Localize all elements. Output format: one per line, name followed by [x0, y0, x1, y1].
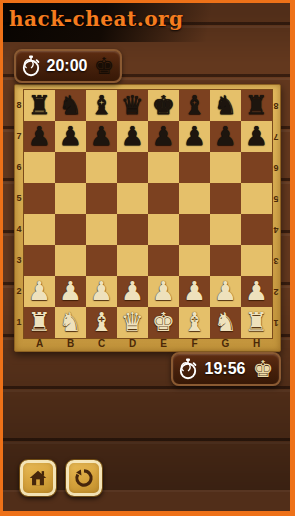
- square-h3[interactable]: [241, 245, 272, 276]
- coord-label-c: C: [86, 337, 117, 351]
- coord-label-3: 3: [14, 245, 24, 276]
- square-d4[interactable]: [117, 214, 148, 245]
- square-d6[interactable]: [117, 152, 148, 183]
- piece-black-rook: ♜: [28, 90, 51, 121]
- restart-button[interactable]: [65, 459, 103, 497]
- piece-white-bishop: ♝: [90, 307, 113, 338]
- stopwatch-icon: [178, 358, 198, 380]
- piece-black-knight: ♞: [59, 90, 82, 121]
- home-button[interactable]: [19, 459, 57, 497]
- piece-white-pawn: ♟: [152, 276, 175, 307]
- square-h5[interactable]: [241, 183, 272, 214]
- square-d1[interactable]: ♛: [117, 307, 148, 338]
- black-clock-badge: 20:00 ♚: [14, 49, 122, 83]
- square-g6[interactable]: [210, 152, 241, 183]
- square-c3[interactable]: [86, 245, 117, 276]
- coord-label-h: H: [241, 337, 272, 351]
- square-h8[interactable]: ♜: [241, 90, 272, 121]
- piece-black-king: ♚: [152, 90, 175, 121]
- rank-labels-left: 87654321: [14, 90, 24, 338]
- piece-black-knight: ♞: [214, 90, 237, 121]
- piece-white-pawn: ♟: [28, 276, 51, 307]
- square-f3[interactable]: [179, 245, 210, 276]
- square-c5[interactable]: [86, 183, 117, 214]
- square-e5[interactable]: [148, 183, 179, 214]
- square-a5[interactable]: [24, 183, 55, 214]
- piece-black-bishop: ♝: [90, 90, 113, 121]
- square-b6[interactable]: [55, 152, 86, 183]
- black-clock-time: 20:00: [41, 57, 93, 75]
- coord-label-f: F: [179, 337, 210, 351]
- square-a4[interactable]: [24, 214, 55, 245]
- white-king-icon: ♚: [252, 354, 274, 384]
- square-b4[interactable]: [55, 214, 86, 245]
- piece-white-pawn: ♟: [59, 276, 82, 307]
- square-a2[interactable]: ♟: [24, 276, 55, 307]
- board-grid: ♜♞♝♛♚♝♞♜♟♟♟♟♟♟♟♟♟♟♟♟♟♟♟♟♜♞♝♛♚♝♞♜: [24, 90, 272, 338]
- coord-label-1: 1: [271, 307, 281, 338]
- square-d2[interactable]: ♟: [117, 276, 148, 307]
- app-screen: hack-cheat.org 20:00 ♚ 87654321 87654321…: [0, 0, 295, 516]
- square-a3[interactable]: [24, 245, 55, 276]
- coord-label-2: 2: [271, 276, 281, 307]
- white-clock-badge: 19:56 ♚: [171, 352, 281, 386]
- piece-white-king: ♚: [152, 307, 175, 338]
- coord-label-4: 4: [271, 214, 281, 245]
- square-b5[interactable]: [55, 183, 86, 214]
- square-g4[interactable]: [210, 214, 241, 245]
- piece-white-queen: ♛: [121, 307, 144, 338]
- piece-black-queen: ♛: [121, 90, 144, 121]
- coord-label-2: 2: [14, 276, 24, 307]
- piece-white-pawn: ♟: [90, 276, 113, 307]
- square-g7[interactable]: ♟: [210, 121, 241, 152]
- coord-label-3: 3: [271, 245, 281, 276]
- coord-label-d: D: [117, 337, 148, 351]
- square-e4[interactable]: [148, 214, 179, 245]
- coord-label-1: 1: [14, 307, 24, 338]
- square-g8[interactable]: ♞: [210, 90, 241, 121]
- coord-label-4: 4: [14, 214, 24, 245]
- square-c8[interactable]: ♝: [86, 90, 117, 121]
- home-icon: [27, 467, 49, 489]
- square-f1[interactable]: ♝: [179, 307, 210, 338]
- restart-icon: [73, 467, 95, 489]
- square-e1[interactable]: ♚: [148, 307, 179, 338]
- piece-white-pawn: ♟: [245, 276, 268, 307]
- piece-black-pawn: ♟: [59, 121, 82, 152]
- piece-white-pawn: ♟: [121, 276, 144, 307]
- square-g3[interactable]: [210, 245, 241, 276]
- black-king-icon: ♚: [93, 51, 115, 81]
- square-f6[interactable]: [179, 152, 210, 183]
- piece-black-pawn: ♟: [183, 121, 206, 152]
- piece-white-pawn: ♟: [183, 276, 206, 307]
- square-e7[interactable]: ♟: [148, 121, 179, 152]
- rank-labels-right: 87654321: [271, 90, 281, 338]
- square-e2[interactable]: ♟: [148, 276, 179, 307]
- square-a6[interactable]: [24, 152, 55, 183]
- coord-label-8: 8: [271, 90, 281, 121]
- square-c7[interactable]: ♟: [86, 121, 117, 152]
- square-d3[interactable]: [117, 245, 148, 276]
- coord-label-g: G: [210, 337, 241, 351]
- coord-label-6: 6: [14, 152, 24, 183]
- square-g5[interactable]: [210, 183, 241, 214]
- square-h1[interactable]: ♜: [241, 307, 272, 338]
- coord-label-a: A: [24, 337, 55, 351]
- square-f5[interactable]: [179, 183, 210, 214]
- square-b8[interactable]: ♞: [55, 90, 86, 121]
- piece-white-rook: ♜: [245, 307, 268, 338]
- square-b1[interactable]: ♞: [55, 307, 86, 338]
- piece-black-pawn: ♟: [152, 121, 175, 152]
- square-g2[interactable]: ♟: [210, 276, 241, 307]
- square-h6[interactable]: [241, 152, 272, 183]
- square-f8[interactable]: ♝: [179, 90, 210, 121]
- piece-white-rook: ♜: [28, 307, 51, 338]
- square-c6[interactable]: [86, 152, 117, 183]
- coord-label-b: B: [55, 337, 86, 351]
- square-f2[interactable]: ♟: [179, 276, 210, 307]
- coord-label-7: 7: [14, 121, 24, 152]
- coord-label-6: 6: [271, 152, 281, 183]
- square-c2[interactable]: ♟: [86, 276, 117, 307]
- piece-black-pawn: ♟: [121, 121, 144, 152]
- square-h7[interactable]: ♟: [241, 121, 272, 152]
- piece-black-pawn: ♟: [214, 121, 237, 152]
- square-f4[interactable]: [179, 214, 210, 245]
- white-clock-time: 19:56: [198, 360, 252, 378]
- coord-label-5: 5: [271, 183, 281, 214]
- piece-black-rook: ♜: [245, 90, 268, 121]
- square-e6[interactable]: [148, 152, 179, 183]
- coord-label-5: 5: [14, 183, 24, 214]
- file-labels-bottom: ABCDEFGH: [24, 337, 272, 351]
- coord-label-e: E: [148, 337, 179, 351]
- coord-label-8: 8: [14, 90, 24, 121]
- piece-black-pawn: ♟: [245, 121, 268, 152]
- square-d8[interactable]: ♛: [117, 90, 148, 121]
- stopwatch-icon: [21, 55, 41, 77]
- square-g1[interactable]: ♞: [210, 307, 241, 338]
- piece-white-pawn: ♟: [214, 276, 237, 307]
- square-h4[interactable]: [241, 214, 272, 245]
- piece-black-pawn: ♟: [90, 121, 113, 152]
- square-a1[interactable]: ♜: [24, 307, 55, 338]
- square-a8[interactable]: ♜: [24, 90, 55, 121]
- square-h2[interactable]: ♟: [241, 276, 272, 307]
- square-e8[interactable]: ♚: [148, 90, 179, 121]
- square-b3[interactable]: [55, 245, 86, 276]
- square-a7[interactable]: ♟: [24, 121, 55, 152]
- piece-white-bishop: ♝: [183, 307, 206, 338]
- piece-black-pawn: ♟: [28, 121, 51, 152]
- square-b2[interactable]: ♟: [55, 276, 86, 307]
- square-c4[interactable]: [86, 214, 117, 245]
- coord-label-7: 7: [271, 121, 281, 152]
- square-c1[interactable]: ♝: [86, 307, 117, 338]
- square-d7[interactable]: ♟: [117, 121, 148, 152]
- square-e3[interactable]: [148, 245, 179, 276]
- piece-black-bishop: ♝: [183, 90, 206, 121]
- piece-white-knight: ♞: [214, 307, 237, 338]
- square-f7[interactable]: ♟: [179, 121, 210, 152]
- watermark-site-text: hack-cheat.org: [9, 7, 184, 31]
- piece-white-knight: ♞: [59, 307, 82, 338]
- square-d5[interactable]: [117, 183, 148, 214]
- square-b7[interactable]: ♟: [55, 121, 86, 152]
